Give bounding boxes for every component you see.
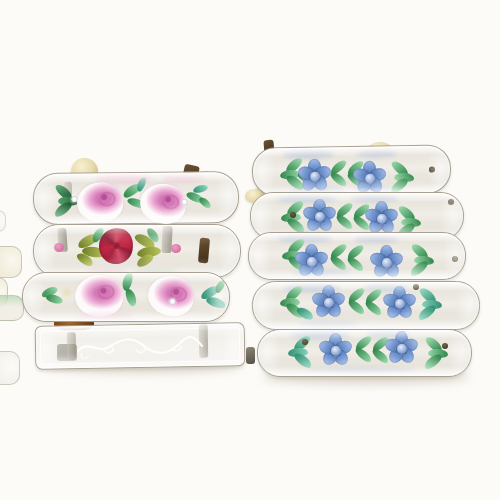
flower-bud [54,243,64,252]
blue-flower [318,333,352,367]
paint-reflection [298,321,360,327]
leaf-sprig [412,290,442,320]
paint-reflection [354,236,399,243]
cropped-barrette-edge [0,210,6,232]
blue-flower [384,331,418,365]
barrette-blue-4 [252,281,480,330]
blue-flower [369,245,403,279]
metal-clasp [246,347,255,364]
pink-rose [75,180,125,224]
metal-rivet [452,256,458,262]
flower-bud [171,244,181,253]
paint-reflection [78,313,133,320]
barrette-red-rose [33,224,241,278]
barrette-pink-roses-1 [33,171,240,225]
cropped-barrette-edge [0,295,24,321]
metal-rivet [290,212,296,218]
pink-rose [74,273,125,318]
rhinestone [181,198,188,205]
barrette-blue-1 [252,144,452,196]
leaf-chevrons [329,244,369,272]
pink-rose [146,274,195,318]
leaf [197,196,212,211]
metal-clasp [198,238,210,264]
rhinestone [169,298,176,305]
leaf [45,293,63,305]
leaf [205,295,227,310]
paint-reflection [162,174,204,182]
metal-rivet [413,284,419,290]
paint-reflection [357,150,397,158]
paint-reflection [306,367,416,373]
leaf [124,288,139,308]
leaf-sprig [404,246,434,276]
blue-flower [382,286,416,320]
metal-rivet [442,343,448,349]
paint-reflection [63,289,71,296]
blue-flower [311,285,345,319]
barrette-blue-5 [257,329,472,377]
leaf [213,279,226,295]
metal-rivet [429,167,435,173]
photo [0,0,500,500]
pink-rose [138,182,188,226]
barrette-pink-roses-2 [22,272,230,322]
leaf [192,183,208,194]
barrette-blue-3 [248,232,466,280]
paint-reflection [291,270,351,276]
leaf-chevrons [347,288,387,316]
metal-rivet [302,339,308,345]
metal-rivet [448,199,454,205]
blue-flower [302,199,336,233]
barrette-etched-clear [35,322,246,370]
cropped-barrette-edge [0,351,20,385]
cropped-barrette-edge [0,246,22,278]
etched-scroll [74,333,206,359]
